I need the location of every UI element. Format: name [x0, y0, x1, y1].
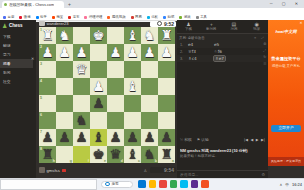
- move-black[interactable]: ♘f6: [214, 49, 240, 54]
- board-square[interactable]: [141, 61, 158, 78]
- chess-board[interactable]: 1♜♞♚♝♞♜2♟♟♟♟♟♟♟3♛4♟♝5♟6♞7♟♟♟♝♟♟♟♟8h♜gfe♚…: [39, 27, 175, 163]
- black-pawn-piece[interactable]: ♟: [73, 129, 90, 146]
- panel-tabs: ♟下棋＋新对局▤对局◉玩家: [177, 20, 268, 34]
- window-preview[interactable]: [0, 179, 97, 190]
- board-square[interactable]: g: [56, 146, 73, 163]
- board-square[interactable]: ♜: [158, 27, 175, 44]
- tray-chevron-icon[interactable]: ∧: [279, 182, 282, 187]
- board-square[interactable]: 3: [39, 61, 56, 78]
- ad-headline: 贵金属投资平台: [268, 56, 304, 61]
- bookmark-item[interactable]: 游戏: [179, 15, 190, 19]
- panel-tab-icon: ◉: [254, 22, 258, 27]
- sidebar-item[interactable]: 观看: [0, 59, 33, 68]
- board-square[interactable]: [107, 95, 124, 112]
- board-square[interactable]: [90, 44, 107, 61]
- resign-button[interactable]: ⚑ 认输: [197, 137, 209, 142]
- chat-message: 比赛开始！祝双方好运。: [180, 154, 265, 159]
- board-square[interactable]: 5: [39, 95, 56, 112]
- panel-tab-icon: ▤: [232, 22, 237, 27]
- sidebar-item[interactable]: 下棋: [0, 32, 33, 41]
- panel-tab-label: 下棋: [185, 27, 192, 31]
- black-knight-piece[interactable]: ♞: [141, 146, 158, 163]
- opening-bar-icons[interactable]: ≡ ⤢: [254, 36, 266, 40]
- site-logo[interactable]: ♟ Chess: [0, 20, 36, 32]
- bookmark-item[interactable]: 京东: [68, 15, 79, 19]
- board-square[interactable]: 6: [39, 112, 56, 129]
- taskbar-app-icon[interactable]: [170, 180, 178, 188]
- board-square[interactable]: [107, 61, 124, 78]
- taskbar-app-icon[interactable]: [159, 180, 167, 188]
- rank-label: 6: [40, 113, 42, 117]
- close-icon[interactable]: ✕: [31, 56, 34, 61]
- site-sidebar: ♟ Chess 下棋解谜学习观看新闻社交: [0, 20, 36, 178]
- player-avatar[interactable]: [39, 167, 45, 173]
- black-queen-piece[interactable]: ♛: [107, 146, 124, 163]
- board-square[interactable]: [56, 112, 73, 129]
- tab-title: 在线国际象棋 - Chess.com: [9, 2, 54, 7]
- taskbar-app-icon[interactable]: [191, 180, 199, 188]
- board-square[interactable]: c♝: [124, 146, 141, 163]
- white-knight-piece[interactable]: ♞: [141, 27, 158, 44]
- panel-tab-icon: ＋: [209, 22, 214, 27]
- move-number: 1.: [180, 43, 188, 47]
- white-pawn-piece[interactable]: ♟: [124, 44, 141, 61]
- window-controls[interactable]: ─ ▢ ✕: [270, 0, 302, 8]
- move-black[interactable]: ♗e7: [214, 56, 240, 61]
- bookmark-favicon-icon: [84, 16, 87, 19]
- board-square[interactable]: [158, 112, 175, 129]
- bookmark-item[interactable]: 腾讯视频: [107, 15, 125, 19]
- taskbar-clock[interactable]: 16:24: [292, 182, 302, 187]
- move-white[interactable]: ♗c4: [188, 56, 214, 61]
- board-square[interactable]: ♞: [141, 27, 158, 44]
- board-square[interactable]: [56, 61, 73, 78]
- board-square[interactable]: f: [73, 146, 90, 163]
- bookmark-label: 知乎: [40, 15, 47, 19]
- bookmark-item[interactable]: 微博: [19, 15, 30, 19]
- panel-tab[interactable]: ▤对局: [223, 20, 246, 33]
- ad-close-icon[interactable]: ✕: [300, 21, 303, 25]
- white-pawn-piece[interactable]: ♟: [90, 78, 107, 95]
- ad-subline: 现货白银 开户有礼: [268, 64, 304, 68]
- panel-tab-label: 新对局: [206, 27, 216, 31]
- board-square[interactable]: 7♟: [39, 129, 56, 146]
- black-rook-piece[interactable]: ♜: [39, 146, 56, 163]
- opponent-name[interactable]: wanderer23: [47, 21, 69, 26]
- taskbar-app-icon[interactable]: [138, 180, 146, 188]
- board-square[interactable]: ♝: [90, 129, 107, 146]
- white-rook-piece[interactable]: ♜: [158, 27, 175, 44]
- board-square[interactable]: ♟: [90, 78, 107, 95]
- black-pawn-piece[interactable]: ♟: [141, 129, 158, 146]
- board-square[interactable]: ♛: [73, 61, 90, 78]
- black-pawn-piece[interactable]: ♟: [56, 129, 73, 146]
- white-knight-piece[interactable]: ♞: [56, 27, 73, 44]
- ad-cta-button[interactable]: 立即开户: [271, 125, 301, 132]
- board-square[interactable]: ♟: [90, 95, 107, 112]
- white-pawn-piece[interactable]: ♟: [39, 44, 56, 61]
- bookmark-favicon-icon: [3, 16, 6, 19]
- bookmark-item[interactable]: 知乎: [36, 15, 47, 19]
- bookmark-label: 哔哩哔哩: [89, 15, 103, 19]
- taskbar-app-icon[interactable]: [180, 180, 188, 188]
- playback-icon[interactable]: ▶|: [261, 138, 265, 142]
- sidebar-item[interactable]: 新闻: [0, 68, 33, 77]
- board-square[interactable]: a♜: [158, 146, 175, 163]
- board-square[interactable]: ♟: [141, 129, 158, 146]
- bookmark-item[interactable]: 淘宝: [52, 15, 63, 19]
- black-pawn-piece[interactable]: ♟: [39, 129, 56, 146]
- bookmark-label: 百度: [8, 15, 15, 19]
- bookmark-label: 贴吧: [168, 15, 175, 19]
- white-pawn-piece[interactable]: ♟: [107, 44, 124, 61]
- panel-tool-icon[interactable]: ⚙: [263, 42, 266, 46]
- move-row[interactable]: 2.♕f3♘f6: [177, 48, 268, 55]
- file-label: g: [70, 159, 72, 163]
- game-controls: ½ 和棋 ⚑ 认输 |◀◀▶▶|: [177, 135, 268, 144]
- white-pawn-piece[interactable]: ♟: [158, 44, 175, 61]
- bookmark-label: 淘宝: [56, 15, 63, 19]
- board-square[interactable]: [141, 95, 158, 112]
- opponent-clock: 9:52: [150, 21, 176, 27]
- panel-tab-label: 对局: [230, 27, 237, 31]
- panel-tab-icon: ♟: [186, 22, 190, 27]
- board-square[interactable]: [158, 95, 175, 112]
- board-square[interactable]: d♛: [107, 146, 124, 163]
- move-list[interactable]: 1.e4e52.♕f3♘f63.♗c4♗e7: [177, 41, 268, 62]
- player-name[interactable]: gmsfss: [47, 168, 60, 173]
- board-square[interactable]: ♟: [158, 129, 175, 146]
- board-square[interactable]: [107, 27, 124, 44]
- board-square[interactable]: [107, 78, 124, 95]
- board-square[interactable]: [107, 112, 124, 129]
- move-row[interactable]: 1.e4e5: [177, 41, 268, 48]
- board-square[interactable]: ♞: [56, 27, 73, 44]
- bookmark-favicon-icon: [19, 16, 22, 19]
- gear-icon[interactable]: ⚙: [261, 172, 265, 177]
- taskbar-app-icon[interactable]: [201, 180, 209, 188]
- bookmark-label: 腾讯视频: [112, 15, 126, 19]
- board-square[interactable]: ♟: [107, 129, 124, 146]
- bookmark-favicon-icon: [36, 16, 39, 19]
- panel-tab[interactable]: ♟下棋: [177, 20, 200, 33]
- bookmark-label: 游戏: [184, 15, 191, 19]
- bookmark-favicon-icon: [107, 16, 110, 19]
- board-square[interactable]: ♟: [107, 44, 124, 61]
- board-square[interactable]: ♚: [90, 27, 107, 44]
- black-pawn-piece[interactable]: ♟: [90, 95, 107, 112]
- move-white[interactable]: ♕f3: [188, 49, 214, 54]
- black-pawn-piece[interactable]: ♟: [107, 129, 124, 146]
- board-square[interactable]: ♝: [124, 78, 141, 95]
- white-bishop-piece[interactable]: ♝: [124, 27, 141, 44]
- sidebar-item[interactable]: 社交: [0, 77, 33, 86]
- taskbar-app-icon[interactable]: [149, 180, 157, 188]
- white-rook-piece[interactable]: ♜: [39, 27, 56, 44]
- board-square[interactable]: [73, 95, 90, 112]
- game-panel: ♟下棋＋新对局▤对局◉玩家 开局: 拿破仑攻击 ≡ ⤢ 1.e4e52.♕f3♘…: [177, 20, 268, 178]
- board-square[interactable]: ♝: [124, 27, 141, 44]
- bookmark-item[interactable]: 网易: [131, 15, 142, 19]
- bookmark-favicon-icon: [68, 16, 71, 19]
- bookmark-item[interactable]: 工具: [196, 15, 207, 19]
- panel-side-icons[interactable]: ⚙⤢↻☰: [263, 42, 266, 66]
- screen: 在线国际象棋 - Chess.com + ─ ▢ ✕ ← → ↻ www.che…: [0, 0, 304, 190]
- bookmark-label: 网易: [135, 15, 142, 19]
- white-pawn-piece[interactable]: ♟: [56, 44, 73, 61]
- board-square[interactable]: ♞: [73, 112, 90, 129]
- chat-area: NM gmsfss 对战 wanderer23 (10 分钟) 比赛开始！祝双方…: [177, 146, 268, 161]
- board-square[interactable]: [56, 95, 73, 112]
- board-square[interactable]: [124, 61, 141, 78]
- bookmark-favicon-icon: [52, 16, 55, 19]
- rank-label: 3: [40, 62, 42, 66]
- panel-tab[interactable]: ＋新对局: [200, 20, 223, 33]
- ad-footer: 风险提示：投资需谨慎: [268, 157, 304, 166]
- opponent-avatar[interactable]: [39, 21, 45, 27]
- move-row[interactable]: 3.♗c4♗e7: [177, 55, 268, 62]
- opening-bar: 开局: 拿破仑攻击 ≡ ⤢: [177, 34, 268, 41]
- board-square[interactable]: [158, 78, 175, 95]
- black-king-piece[interactable]: ♚: [90, 146, 107, 163]
- board-square[interactable]: ♟: [73, 44, 90, 61]
- player-flag-badge: [62, 169, 66, 172]
- board-square[interactable]: [158, 61, 175, 78]
- move-number: 3.: [180, 57, 188, 61]
- bookmark-favicon-icon: [131, 16, 134, 19]
- bookmark-item[interactable]: 哔哩哔哩: [84, 15, 102, 19]
- board-square[interactable]: [124, 95, 141, 112]
- board-square[interactable]: [90, 112, 107, 129]
- white-king-piece[interactable]: ♚: [90, 27, 107, 44]
- sidebar-item[interactable]: 解谜: [0, 41, 33, 50]
- tab-favicon-icon: [4, 3, 7, 6]
- browser-tab[interactable]: 在线国际象棋 - Chess.com: [2, 1, 64, 8]
- playback-controls[interactable]: |◀◀▶▶|: [244, 138, 265, 142]
- board-square[interactable]: ♟: [56, 44, 73, 61]
- board-square[interactable]: b♞: [141, 146, 158, 163]
- move-number: 2.: [180, 50, 188, 54]
- board-square[interactable]: [73, 78, 90, 95]
- bookmark-label: 京东: [73, 15, 80, 19]
- bookmark-favicon-icon: [163, 16, 166, 19]
- search-icon: [105, 182, 110, 187]
- panel-tab[interactable]: ◉玩家: [245, 20, 268, 33]
- board-square[interactable]: 4: [39, 78, 56, 95]
- board-square[interactable]: [73, 27, 90, 44]
- panel-tab-label: 玩家: [253, 27, 260, 31]
- current-move: ♗e7: [214, 56, 225, 61]
- board-square[interactable]: [56, 78, 73, 95]
- playback-icon[interactable]: ◀: [250, 138, 253, 142]
- board-square[interactable]: ♟: [124, 129, 141, 146]
- captured-pieces: ♙: [143, 168, 147, 173]
- move-white[interactable]: e4: [188, 42, 214, 47]
- opponent-bar: wanderer23 9:52: [39, 20, 176, 27]
- rank-label: 4: [40, 79, 42, 83]
- taskbar-app-icons[interactable]: [138, 180, 209, 188]
- panel-tool-icon[interactable]: ⤢: [263, 49, 266, 53]
- bookmark-favicon-icon: [196, 16, 199, 19]
- white-pawn-piece[interactable]: ♟: [141, 44, 158, 61]
- bookmark-favicon-icon: [179, 16, 182, 19]
- chat-input[interactable]: 发送消息... ⚙: [177, 170, 268, 178]
- panel-tool-icon[interactable]: ↻: [263, 55, 266, 59]
- bookmark-item[interactable]: 百度: [3, 15, 14, 19]
- bookmark-item[interactable]: 贴吧: [163, 15, 174, 19]
- player-clock: 9:54: [150, 167, 176, 173]
- bookmark-label: 优酷: [151, 15, 158, 19]
- black-bishop-piece[interactable]: ♝: [90, 129, 107, 146]
- board-square[interactable]: [141, 78, 158, 95]
- playback-icon[interactable]: ▶: [256, 138, 259, 142]
- board-square[interactable]: [141, 112, 158, 129]
- board-square[interactable]: 2♟: [39, 44, 56, 61]
- board-square[interactable]: ♟: [124, 44, 141, 61]
- new-tab-button[interactable]: +: [68, 1, 71, 8]
- draw-button[interactable]: ½ 和棋: [180, 137, 192, 142]
- rank-label: 5: [40, 96, 42, 100]
- clock-icon: [157, 21, 162, 26]
- black-knight-piece[interactable]: ♞: [73, 112, 90, 129]
- board-square[interactable]: 1♜: [39, 27, 56, 44]
- black-bishop-piece[interactable]: ♝: [124, 146, 141, 163]
- player-bar: gmsfss ♙ 9:54: [39, 163, 176, 177]
- white-pawn-piece[interactable]: ♟: [73, 44, 90, 61]
- bookmark-item[interactable]: 优酷: [147, 15, 158, 19]
- bookmark-label: 微博: [24, 15, 31, 19]
- board-square[interactable]: [124, 112, 141, 129]
- board-square[interactable]: ♟: [73, 129, 90, 146]
- black-rook-piece[interactable]: ♜: [158, 146, 175, 163]
- panel-tool-icon[interactable]: ☰: [263, 62, 266, 66]
- bookmark-label: 工具: [200, 15, 207, 19]
- ad-brand: heat中文网: [268, 29, 304, 34]
- system-tray[interactable]: ∧ 中 16:24: [279, 179, 302, 190]
- taskbar-search[interactable]: 搜索: [101, 181, 133, 188]
- pawn-logo-icon: ♟: [2, 22, 7, 29]
- board-square[interactable]: ♟: [56, 129, 73, 146]
- board-square[interactable]: ♟: [141, 44, 158, 61]
- white-bishop-piece[interactable]: ♝: [124, 78, 141, 95]
- tray-ime-icon[interactable]: 中: [285, 182, 289, 187]
- move-black[interactable]: e5: [214, 42, 240, 47]
- board-square[interactable]: 8h♜: [39, 146, 56, 163]
- board-square[interactable]: e♚: [90, 146, 107, 163]
- browser-tab-bar: 在线国际象棋 - Chess.com + ─ ▢ ✕: [0, 0, 304, 8]
- bookmark-favicon-icon: [147, 16, 150, 19]
- white-queen-piece[interactable]: ♛: [73, 61, 90, 78]
- file-label: f: [88, 159, 89, 163]
- ad-banner[interactable]: ✕ heat中文网 贵金属投资平台 现货白银 开户有礼 立即开户 风险提示：投资…: [268, 20, 304, 166]
- black-pawn-piece[interactable]: ♟: [158, 129, 175, 146]
- playback-icon[interactable]: |◀: [244, 138, 248, 142]
- board-square[interactable]: [90, 61, 107, 78]
- sidebar-item[interactable]: 学习: [0, 50, 33, 59]
- black-pawn-piece[interactable]: ♟: [124, 129, 141, 146]
- board-square[interactable]: ♟: [158, 44, 175, 61]
- chat-title: NM gmsfss 对战 wanderer23 (10 分钟): [180, 148, 265, 153]
